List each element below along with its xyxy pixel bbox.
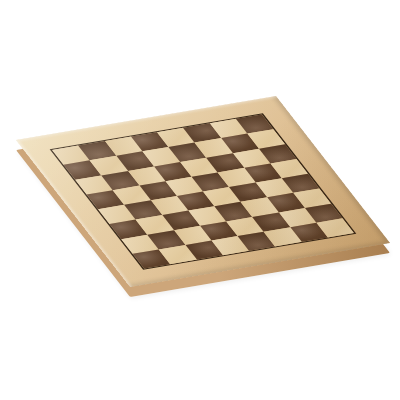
board-grid <box>52 114 354 268</box>
product-photo-scene <box>0 0 400 400</box>
